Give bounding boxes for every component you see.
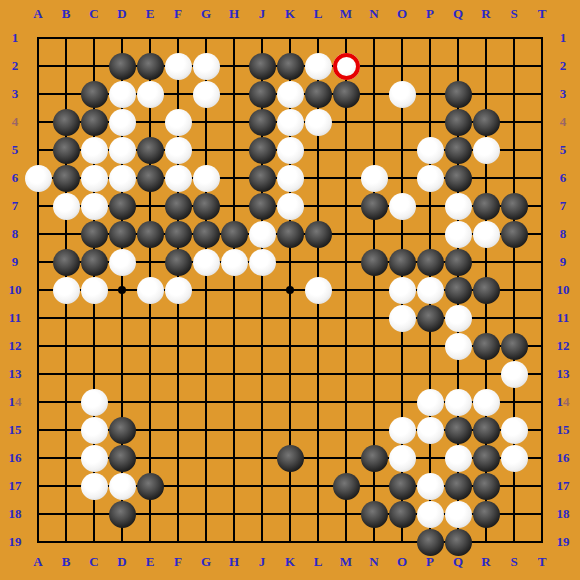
intersection-T13[interactable] <box>528 360 556 388</box>
intersection-D14[interactable] <box>108 388 136 416</box>
intersection-R13[interactable] <box>472 360 500 388</box>
intersection-O5[interactable] <box>388 136 416 164</box>
intersection-B19[interactable] <box>52 528 80 556</box>
intersection-D12[interactable] <box>108 332 136 360</box>
intersection-K10[interactable] <box>276 276 304 304</box>
intersection-R19[interactable] <box>472 528 500 556</box>
intersection-C15[interactable] <box>80 416 108 444</box>
intersection-M7[interactable] <box>332 192 360 220</box>
intersection-O1[interactable] <box>388 24 416 52</box>
intersection-T2[interactable] <box>528 52 556 80</box>
intersection-S14[interactable] <box>500 388 528 416</box>
intersection-D6[interactable] <box>108 164 136 192</box>
intersection-A4[interactable] <box>24 108 52 136</box>
intersection-O12[interactable] <box>388 332 416 360</box>
intersection-B13[interactable] <box>52 360 80 388</box>
intersection-G16[interactable] <box>192 444 220 472</box>
intersection-P10[interactable] <box>416 276 444 304</box>
intersection-M15[interactable] <box>332 416 360 444</box>
intersection-Q19[interactable] <box>444 528 472 556</box>
intersection-C10[interactable] <box>80 276 108 304</box>
intersection-B15[interactable] <box>52 416 80 444</box>
intersection-L19[interactable] <box>304 528 332 556</box>
intersection-R4[interactable] <box>472 108 500 136</box>
intersection-F13[interactable] <box>164 360 192 388</box>
intersection-S3[interactable] <box>500 80 528 108</box>
intersection-O11[interactable] <box>388 304 416 332</box>
intersection-P17[interactable] <box>416 472 444 500</box>
intersection-J15[interactable] <box>248 416 276 444</box>
intersection-Q16[interactable] <box>444 444 472 472</box>
intersection-R14[interactable] <box>472 388 500 416</box>
intersection-D16[interactable] <box>108 444 136 472</box>
intersection-B14[interactable] <box>52 388 80 416</box>
intersection-D4[interactable] <box>108 108 136 136</box>
intersection-N5[interactable] <box>360 136 388 164</box>
intersection-P4[interactable] <box>416 108 444 136</box>
intersection-G6[interactable] <box>192 164 220 192</box>
intersection-T10[interactable] <box>528 276 556 304</box>
intersection-J13[interactable] <box>248 360 276 388</box>
intersection-C16[interactable] <box>80 444 108 472</box>
intersection-B12[interactable] <box>52 332 80 360</box>
intersection-J18[interactable] <box>248 500 276 528</box>
intersection-J1[interactable] <box>248 24 276 52</box>
intersection-R5[interactable] <box>472 136 500 164</box>
intersection-F12[interactable] <box>164 332 192 360</box>
intersection-Q14[interactable] <box>444 388 472 416</box>
intersection-O7[interactable] <box>388 192 416 220</box>
intersection-J3[interactable] <box>248 80 276 108</box>
intersection-Q3[interactable] <box>444 80 472 108</box>
intersection-D2[interactable] <box>108 52 136 80</box>
intersection-E18[interactable] <box>136 500 164 528</box>
intersection-P19[interactable] <box>416 528 444 556</box>
intersection-L9[interactable] <box>304 248 332 276</box>
intersection-T5[interactable] <box>528 136 556 164</box>
intersection-F5[interactable] <box>164 136 192 164</box>
intersection-D5[interactable] <box>108 136 136 164</box>
intersection-F1[interactable] <box>164 24 192 52</box>
intersection-J12[interactable] <box>248 332 276 360</box>
intersection-F3[interactable] <box>164 80 192 108</box>
intersection-G14[interactable] <box>192 388 220 416</box>
intersection-D8[interactable] <box>108 220 136 248</box>
intersection-O8[interactable] <box>388 220 416 248</box>
intersection-P15[interactable] <box>416 416 444 444</box>
intersection-G1[interactable] <box>192 24 220 52</box>
intersection-F9[interactable] <box>164 248 192 276</box>
intersection-B10[interactable] <box>52 276 80 304</box>
intersection-F19[interactable] <box>164 528 192 556</box>
intersection-T8[interactable] <box>528 220 556 248</box>
intersection-L14[interactable] <box>304 388 332 416</box>
intersection-H12[interactable] <box>220 332 248 360</box>
intersection-S12[interactable] <box>500 332 528 360</box>
intersection-B16[interactable] <box>52 444 80 472</box>
intersection-B1[interactable] <box>52 24 80 52</box>
intersection-G3[interactable] <box>192 80 220 108</box>
intersection-K7[interactable] <box>276 192 304 220</box>
intersection-K6[interactable] <box>276 164 304 192</box>
intersection-T1[interactable] <box>528 24 556 52</box>
intersection-F7[interactable] <box>164 192 192 220</box>
intersection-G2[interactable] <box>192 52 220 80</box>
intersection-N13[interactable] <box>360 360 388 388</box>
intersection-L11[interactable] <box>304 304 332 332</box>
intersection-H1[interactable] <box>220 24 248 52</box>
intersection-E4[interactable] <box>136 108 164 136</box>
intersection-S7[interactable] <box>500 192 528 220</box>
intersection-B3[interactable] <box>52 80 80 108</box>
intersection-L7[interactable] <box>304 192 332 220</box>
intersection-C17[interactable] <box>80 472 108 500</box>
intersection-K5[interactable] <box>276 136 304 164</box>
intersection-S6[interactable] <box>500 164 528 192</box>
intersection-T6[interactable] <box>528 164 556 192</box>
intersection-K18[interactable] <box>276 500 304 528</box>
intersection-L1[interactable] <box>304 24 332 52</box>
intersection-F17[interactable] <box>164 472 192 500</box>
intersection-T9[interactable] <box>528 248 556 276</box>
intersection-L5[interactable] <box>304 136 332 164</box>
intersection-T15[interactable] <box>528 416 556 444</box>
intersection-E7[interactable] <box>136 192 164 220</box>
intersection-R6[interactable] <box>472 164 500 192</box>
intersection-N10[interactable] <box>360 276 388 304</box>
intersection-Q1[interactable] <box>444 24 472 52</box>
intersection-B7[interactable] <box>52 192 80 220</box>
intersection-J11[interactable] <box>248 304 276 332</box>
intersection-H8[interactable] <box>220 220 248 248</box>
intersection-S5[interactable] <box>500 136 528 164</box>
intersection-S19[interactable] <box>500 528 528 556</box>
intersection-H13[interactable] <box>220 360 248 388</box>
intersection-Q18[interactable] <box>444 500 472 528</box>
intersection-K3[interactable] <box>276 80 304 108</box>
intersection-P12[interactable] <box>416 332 444 360</box>
intersection-H4[interactable] <box>220 108 248 136</box>
intersection-T4[interactable] <box>528 108 556 136</box>
intersection-B4[interactable] <box>52 108 80 136</box>
intersection-E15[interactable] <box>136 416 164 444</box>
intersection-C14[interactable] <box>80 388 108 416</box>
intersection-P5[interactable] <box>416 136 444 164</box>
intersection-P7[interactable] <box>416 192 444 220</box>
intersection-E2[interactable] <box>136 52 164 80</box>
intersection-T17[interactable] <box>528 472 556 500</box>
intersection-Q9[interactable] <box>444 248 472 276</box>
intersection-N3[interactable] <box>360 80 388 108</box>
intersection-F16[interactable] <box>164 444 192 472</box>
intersection-F10[interactable] <box>164 276 192 304</box>
intersection-Q2[interactable] <box>444 52 472 80</box>
intersection-C6[interactable] <box>80 164 108 192</box>
intersection-J14[interactable] <box>248 388 276 416</box>
intersection-L2[interactable] <box>304 52 332 80</box>
intersection-O15[interactable] <box>388 416 416 444</box>
intersection-P18[interactable] <box>416 500 444 528</box>
intersection-R18[interactable] <box>472 500 500 528</box>
intersection-C5[interactable] <box>80 136 108 164</box>
intersection-L15[interactable] <box>304 416 332 444</box>
intersection-A12[interactable] <box>24 332 52 360</box>
intersection-Q17[interactable] <box>444 472 472 500</box>
intersection-R8[interactable] <box>472 220 500 248</box>
intersection-N7[interactable] <box>360 192 388 220</box>
intersection-N2[interactable] <box>360 52 388 80</box>
intersection-Q12[interactable] <box>444 332 472 360</box>
intersection-O9[interactable] <box>388 248 416 276</box>
intersection-L8[interactable] <box>304 220 332 248</box>
intersection-Q5[interactable] <box>444 136 472 164</box>
intersection-K9[interactable] <box>276 248 304 276</box>
intersection-N12[interactable] <box>360 332 388 360</box>
intersection-P16[interactable] <box>416 444 444 472</box>
intersection-G19[interactable] <box>192 528 220 556</box>
intersection-H3[interactable] <box>220 80 248 108</box>
intersection-A5[interactable] <box>24 136 52 164</box>
intersection-R3[interactable] <box>472 80 500 108</box>
intersection-A6[interactable] <box>24 164 52 192</box>
intersection-B6[interactable] <box>52 164 80 192</box>
intersection-K17[interactable] <box>276 472 304 500</box>
intersection-H10[interactable] <box>220 276 248 304</box>
intersection-N8[interactable] <box>360 220 388 248</box>
intersection-M2[interactable] <box>332 52 360 80</box>
intersection-N14[interactable] <box>360 388 388 416</box>
intersection-E6[interactable] <box>136 164 164 192</box>
intersection-J10[interactable] <box>248 276 276 304</box>
intersection-S8[interactable] <box>500 220 528 248</box>
intersection-C8[interactable] <box>80 220 108 248</box>
intersection-J7[interactable] <box>248 192 276 220</box>
intersection-E8[interactable] <box>136 220 164 248</box>
intersection-S15[interactable] <box>500 416 528 444</box>
intersection-L3[interactable] <box>304 80 332 108</box>
intersection-N19[interactable] <box>360 528 388 556</box>
intersection-K4[interactable] <box>276 108 304 136</box>
intersection-A13[interactable] <box>24 360 52 388</box>
intersection-E13[interactable] <box>136 360 164 388</box>
intersection-R10[interactable] <box>472 276 500 304</box>
intersection-K16[interactable] <box>276 444 304 472</box>
intersection-D3[interactable] <box>108 80 136 108</box>
intersection-M17[interactable] <box>332 472 360 500</box>
intersection-T16[interactable] <box>528 444 556 472</box>
intersection-K8[interactable] <box>276 220 304 248</box>
intersection-F4[interactable] <box>164 108 192 136</box>
intersection-Q8[interactable] <box>444 220 472 248</box>
intersection-A17[interactable] <box>24 472 52 500</box>
intersection-Q11[interactable] <box>444 304 472 332</box>
intersection-E10[interactable] <box>136 276 164 304</box>
intersection-K1[interactable] <box>276 24 304 52</box>
intersection-H17[interactable] <box>220 472 248 500</box>
intersection-B8[interactable] <box>52 220 80 248</box>
intersection-D15[interactable] <box>108 416 136 444</box>
intersection-B5[interactable] <box>52 136 80 164</box>
intersection-R9[interactable] <box>472 248 500 276</box>
intersection-T11[interactable] <box>528 304 556 332</box>
intersection-O19[interactable] <box>388 528 416 556</box>
intersection-R12[interactable] <box>472 332 500 360</box>
intersection-M5[interactable] <box>332 136 360 164</box>
intersection-J2[interactable] <box>248 52 276 80</box>
intersection-A2[interactable] <box>24 52 52 80</box>
intersection-F14[interactable] <box>164 388 192 416</box>
intersection-C12[interactable] <box>80 332 108 360</box>
intersection-F15[interactable] <box>164 416 192 444</box>
intersection-D7[interactable] <box>108 192 136 220</box>
intersection-S9[interactable] <box>500 248 528 276</box>
intersection-M8[interactable] <box>332 220 360 248</box>
intersection-T14[interactable] <box>528 388 556 416</box>
intersection-M4[interactable] <box>332 108 360 136</box>
intersection-A8[interactable] <box>24 220 52 248</box>
intersection-M9[interactable] <box>332 248 360 276</box>
intersection-L10[interactable] <box>304 276 332 304</box>
intersection-P9[interactable] <box>416 248 444 276</box>
intersection-M3[interactable] <box>332 80 360 108</box>
intersection-A16[interactable] <box>24 444 52 472</box>
intersection-F8[interactable] <box>164 220 192 248</box>
intersection-G4[interactable] <box>192 108 220 136</box>
intersection-C4[interactable] <box>80 108 108 136</box>
intersection-C9[interactable] <box>80 248 108 276</box>
intersection-A19[interactable] <box>24 528 52 556</box>
intersection-N4[interactable] <box>360 108 388 136</box>
intersection-A7[interactable] <box>24 192 52 220</box>
intersection-N17[interactable] <box>360 472 388 500</box>
intersection-R11[interactable] <box>472 304 500 332</box>
intersection-T18[interactable] <box>528 500 556 528</box>
intersection-D11[interactable] <box>108 304 136 332</box>
intersection-H19[interactable] <box>220 528 248 556</box>
intersection-S1[interactable] <box>500 24 528 52</box>
intersection-K13[interactable] <box>276 360 304 388</box>
intersection-E16[interactable] <box>136 444 164 472</box>
intersection-O17[interactable] <box>388 472 416 500</box>
intersection-T19[interactable] <box>528 528 556 556</box>
intersection-G18[interactable] <box>192 500 220 528</box>
intersection-N15[interactable] <box>360 416 388 444</box>
intersection-S10[interactable] <box>500 276 528 304</box>
intersection-E1[interactable] <box>136 24 164 52</box>
intersection-E19[interactable] <box>136 528 164 556</box>
intersection-L13[interactable] <box>304 360 332 388</box>
intersection-Q7[interactable] <box>444 192 472 220</box>
intersection-K14[interactable] <box>276 388 304 416</box>
intersection-F18[interactable] <box>164 500 192 528</box>
intersection-F2[interactable] <box>164 52 192 80</box>
intersection-H16[interactable] <box>220 444 248 472</box>
intersection-H9[interactable] <box>220 248 248 276</box>
intersection-N6[interactable] <box>360 164 388 192</box>
intersection-J6[interactable] <box>248 164 276 192</box>
intersection-A9[interactable] <box>24 248 52 276</box>
intersection-S13[interactable] <box>500 360 528 388</box>
intersection-O16[interactable] <box>388 444 416 472</box>
intersection-K15[interactable] <box>276 416 304 444</box>
intersection-H15[interactable] <box>220 416 248 444</box>
intersection-D9[interactable] <box>108 248 136 276</box>
intersection-O2[interactable] <box>388 52 416 80</box>
intersection-R15[interactable] <box>472 416 500 444</box>
intersection-K12[interactable] <box>276 332 304 360</box>
intersection-N18[interactable] <box>360 500 388 528</box>
intersection-O18[interactable] <box>388 500 416 528</box>
intersection-P2[interactable] <box>416 52 444 80</box>
intersection-N9[interactable] <box>360 248 388 276</box>
intersection-G15[interactable] <box>192 416 220 444</box>
intersection-H7[interactable] <box>220 192 248 220</box>
intersection-A1[interactable] <box>24 24 52 52</box>
intersection-O10[interactable] <box>388 276 416 304</box>
intersection-C11[interactable] <box>80 304 108 332</box>
intersection-C18[interactable] <box>80 500 108 528</box>
intersection-A3[interactable] <box>24 80 52 108</box>
intersection-S2[interactable] <box>500 52 528 80</box>
intersection-C19[interactable] <box>80 528 108 556</box>
intersection-G10[interactable] <box>192 276 220 304</box>
intersection-H18[interactable] <box>220 500 248 528</box>
intersection-A11[interactable] <box>24 304 52 332</box>
intersection-J17[interactable] <box>248 472 276 500</box>
intersection-K11[interactable] <box>276 304 304 332</box>
intersection-E3[interactable] <box>136 80 164 108</box>
intersection-B17[interactable] <box>52 472 80 500</box>
intersection-L16[interactable] <box>304 444 332 472</box>
intersection-D17[interactable] <box>108 472 136 500</box>
intersection-S11[interactable] <box>500 304 528 332</box>
intersection-M16[interactable] <box>332 444 360 472</box>
intersection-M11[interactable] <box>332 304 360 332</box>
intersection-R1[interactable] <box>472 24 500 52</box>
intersection-G7[interactable] <box>192 192 220 220</box>
intersection-S17[interactable] <box>500 472 528 500</box>
intersection-J4[interactable] <box>248 108 276 136</box>
intersection-D18[interactable] <box>108 500 136 528</box>
intersection-S4[interactable] <box>500 108 528 136</box>
intersection-K19[interactable] <box>276 528 304 556</box>
intersection-B11[interactable] <box>52 304 80 332</box>
intersection-M13[interactable] <box>332 360 360 388</box>
intersection-L17[interactable] <box>304 472 332 500</box>
intersection-L4[interactable] <box>304 108 332 136</box>
intersection-H6[interactable] <box>220 164 248 192</box>
intersection-M12[interactable] <box>332 332 360 360</box>
intersection-D10[interactable] <box>108 276 136 304</box>
intersection-P13[interactable] <box>416 360 444 388</box>
intersection-P8[interactable] <box>416 220 444 248</box>
intersection-E17[interactable] <box>136 472 164 500</box>
intersection-J9[interactable] <box>248 248 276 276</box>
intersection-T3[interactable] <box>528 80 556 108</box>
intersection-O14[interactable] <box>388 388 416 416</box>
intersection-R2[interactable] <box>472 52 500 80</box>
intersection-G12[interactable] <box>192 332 220 360</box>
intersection-J5[interactable] <box>248 136 276 164</box>
intersection-P6[interactable] <box>416 164 444 192</box>
intersection-M14[interactable] <box>332 388 360 416</box>
intersection-A15[interactable] <box>24 416 52 444</box>
intersection-S18[interactable] <box>500 500 528 528</box>
intersection-P11[interactable] <box>416 304 444 332</box>
intersection-P3[interactable] <box>416 80 444 108</box>
intersection-M19[interactable] <box>332 528 360 556</box>
intersection-T12[interactable] <box>528 332 556 360</box>
